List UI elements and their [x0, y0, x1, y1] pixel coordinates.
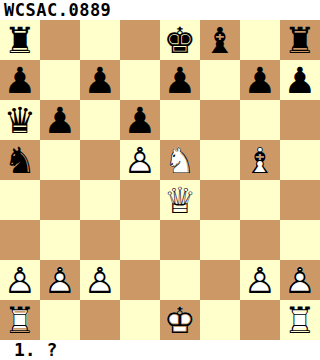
square-e2[interactable] [160, 260, 200, 300]
square-b1[interactable] [40, 300, 80, 340]
square-a6[interactable]: ♛ [0, 100, 40, 140]
black-rook-icon: ♜ [0, 20, 40, 60]
square-c4[interactable] [80, 180, 120, 220]
square-f6[interactable] [200, 100, 240, 140]
square-e1[interactable]: ♚♔ [160, 300, 200, 340]
square-g2[interactable]: ♟♙ [240, 260, 280, 300]
square-c5[interactable] [80, 140, 120, 180]
square-f2[interactable] [200, 260, 240, 300]
square-d7[interactable] [120, 60, 160, 100]
black-queen-icon: ♛ [0, 100, 40, 140]
square-a8[interactable]: ♜ [0, 20, 40, 60]
square-b7[interactable] [40, 60, 80, 100]
square-h6[interactable] [280, 100, 320, 140]
white-king-icon: ♚♔ [160, 300, 200, 340]
square-c1[interactable] [80, 300, 120, 340]
white-rook-icon: ♜♖ [280, 300, 320, 340]
white-pawn-icon: ♟♙ [40, 260, 80, 300]
square-e5[interactable]: ♞♘ [160, 140, 200, 180]
square-e7[interactable]: ♟ [160, 60, 200, 100]
square-a2[interactable]: ♟♙ [0, 260, 40, 300]
black-pawn-icon: ♟ [40, 100, 80, 140]
caption-bar: 1. ? [0, 340, 320, 360]
square-f1[interactable] [200, 300, 240, 340]
square-c3[interactable] [80, 220, 120, 260]
square-h7[interactable]: ♟ [280, 60, 320, 100]
square-b5[interactable] [40, 140, 80, 180]
square-d4[interactable] [120, 180, 160, 220]
white-pawn-icon: ♟♙ [120, 140, 160, 180]
square-a5[interactable]: ♞ [0, 140, 40, 180]
square-c8[interactable] [80, 20, 120, 60]
square-d6[interactable]: ♟ [120, 100, 160, 140]
square-f5[interactable] [200, 140, 240, 180]
white-rook-icon: ♜♖ [0, 300, 40, 340]
square-b3[interactable] [40, 220, 80, 260]
square-h3[interactable] [280, 220, 320, 260]
square-g8[interactable] [240, 20, 280, 60]
square-g7[interactable]: ♟ [240, 60, 280, 100]
square-e6[interactable] [160, 100, 200, 140]
square-a1[interactable]: ♜♖ [0, 300, 40, 340]
square-b2[interactable]: ♟♙ [40, 260, 80, 300]
black-pawn-icon: ♟ [120, 100, 160, 140]
black-bishop-icon: ♝ [200, 20, 240, 60]
square-b4[interactable] [40, 180, 80, 220]
square-f7[interactable] [200, 60, 240, 100]
white-pawn-icon: ♟♙ [280, 260, 320, 300]
square-b6[interactable]: ♟ [40, 100, 80, 140]
square-c6[interactable] [80, 100, 120, 140]
square-g5[interactable]: ♝♗ [240, 140, 280, 180]
square-g1[interactable] [240, 300, 280, 340]
square-g6[interactable] [240, 100, 280, 140]
square-b8[interactable] [40, 20, 80, 60]
black-pawn-icon: ♟ [0, 60, 40, 100]
title-bar: WCSAC.0889 [0, 0, 320, 20]
square-h2[interactable]: ♟♙ [280, 260, 320, 300]
square-f4[interactable] [200, 180, 240, 220]
black-pawn-icon: ♟ [280, 60, 320, 100]
black-pawn-icon: ♟ [80, 60, 120, 100]
white-pawn-icon: ♟♙ [0, 260, 40, 300]
square-h1[interactable]: ♜♖ [280, 300, 320, 340]
square-e8[interactable]: ♚ [160, 20, 200, 60]
square-d1[interactable] [120, 300, 160, 340]
square-d8[interactable] [120, 20, 160, 60]
diagram-title: WCSAC.0889 [0, 0, 111, 20]
square-d2[interactable] [120, 260, 160, 300]
white-bishop-icon: ♝♗ [240, 140, 280, 180]
white-queen-icon: ♛♕ [160, 180, 200, 220]
square-a7[interactable]: ♟ [0, 60, 40, 100]
square-c2[interactable]: ♟♙ [80, 260, 120, 300]
square-d5[interactable]: ♟♙ [120, 140, 160, 180]
black-pawn-icon: ♟ [240, 60, 280, 100]
square-e3[interactable] [160, 220, 200, 260]
square-d3[interactable] [120, 220, 160, 260]
white-knight-icon: ♞♘ [160, 140, 200, 180]
black-king-icon: ♚ [160, 20, 200, 60]
square-g3[interactable] [240, 220, 280, 260]
square-f3[interactable] [200, 220, 240, 260]
square-a3[interactable] [0, 220, 40, 260]
white-pawn-icon: ♟♙ [80, 260, 120, 300]
square-h8[interactable]: ♜ [280, 20, 320, 60]
chess-board: ♜♚♝♜♟♟♟♟♟♛♟♟♞♟♙♞♘♝♗♛♕♟♙♟♙♟♙♟♙♟♙♜♖♚♔♜♖ [0, 20, 320, 340]
square-e4[interactable]: ♛♕ [160, 180, 200, 220]
black-rook-icon: ♜ [280, 20, 320, 60]
square-h5[interactable] [280, 140, 320, 180]
move-prompt: 1. ? [0, 340, 57, 360]
black-pawn-icon: ♟ [160, 60, 200, 100]
square-g4[interactable] [240, 180, 280, 220]
square-h4[interactable] [280, 180, 320, 220]
square-a4[interactable] [0, 180, 40, 220]
black-knight-icon: ♞ [0, 140, 40, 180]
white-pawn-icon: ♟♙ [240, 260, 280, 300]
square-f8[interactable]: ♝ [200, 20, 240, 60]
square-c7[interactable]: ♟ [80, 60, 120, 100]
